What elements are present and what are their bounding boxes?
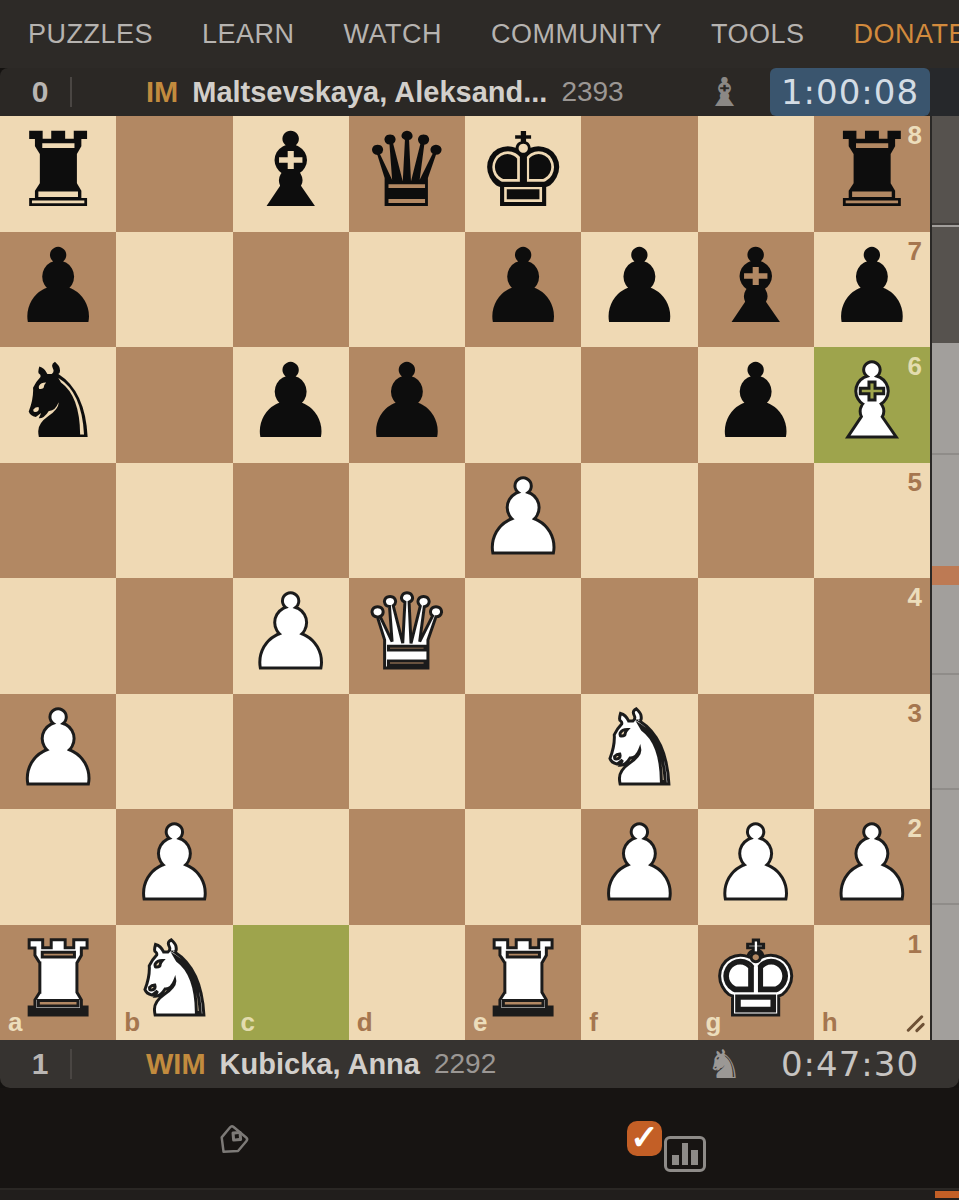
white-queen: ♛	[361, 581, 453, 684]
square-a4[interactable]	[0, 578, 116, 694]
white-pawn: ♟	[244, 581, 336, 684]
square-a7[interactable]: ♟	[0, 232, 116, 348]
chess-board[interactable]: ♜♝♛♚♜8♟♟♟♝♟7♞♟♟♟♝6♟5♟♛4♟♞3♟♟♟♟2♜a♞bcd♜ef…	[0, 116, 930, 1040]
white-pawn: ♟	[593, 812, 685, 915]
square-b8[interactable]	[116, 116, 232, 232]
black-bishop: ♝	[244, 119, 336, 222]
nav-watch[interactable]: WATCH	[344, 19, 442, 50]
square-g1[interactable]: ♚g	[698, 925, 814, 1041]
square-f6[interactable]	[581, 347, 697, 463]
player-title-top: IM	[146, 76, 178, 109]
player-title-bottom: WIM	[146, 1048, 206, 1081]
square-e8[interactable]: ♚	[465, 116, 581, 232]
black-queen: ♛	[361, 119, 453, 222]
square-c1[interactable]: c	[233, 925, 349, 1041]
player-rating-top: 2393	[561, 76, 623, 108]
square-g3[interactable]	[698, 694, 814, 810]
strip-segment	[932, 907, 959, 1040]
square-f8[interactable]	[581, 116, 697, 232]
square-h7[interactable]: ♟7	[814, 232, 930, 348]
player-name-bottom[interactable]: Kubicka, Anna	[220, 1048, 420, 1081]
white-rook: ♜	[12, 928, 104, 1031]
square-b6[interactable]	[116, 347, 232, 463]
square-d5[interactable]	[349, 463, 465, 579]
strip-segment	[932, 116, 959, 225]
square-g5[interactable]	[698, 463, 814, 579]
match-score-bottom: 1	[20, 1047, 60, 1081]
square-f4[interactable]	[581, 578, 697, 694]
check-icon: ✓	[630, 1120, 659, 1154]
black-king: ♚	[477, 119, 569, 222]
square-a3[interactable]: ♟	[0, 694, 116, 810]
square-f3[interactable]: ♞	[581, 694, 697, 810]
square-e4[interactable]	[465, 578, 581, 694]
square-d3[interactable]	[349, 694, 465, 810]
square-h5[interactable]: 5	[814, 463, 930, 579]
square-f5[interactable]	[581, 463, 697, 579]
coord-rank-6: 6	[908, 353, 922, 379]
coord-rank-2: 2	[908, 815, 922, 841]
square-b2[interactable]: ♟	[116, 809, 232, 925]
square-a6[interactable]: ♞	[0, 347, 116, 463]
square-h4[interactable]: 4	[814, 578, 930, 694]
square-c6[interactable]: ♟	[233, 347, 349, 463]
nav-tools[interactable]: TOOLS	[711, 19, 805, 50]
player-rating-bottom: 2292	[434, 1048, 496, 1080]
strip-segment	[932, 227, 959, 343]
divider	[70, 1049, 72, 1079]
square-h2[interactable]: ♟2	[814, 809, 930, 925]
square-e1[interactable]: ♜e	[465, 925, 581, 1041]
coord-file-h: h	[822, 1009, 838, 1035]
sidebar-edge-top	[930, 68, 959, 116]
black-pawn: ♟	[709, 350, 801, 453]
poland-flag-icon	[86, 1049, 130, 1079]
square-c7[interactable]	[233, 232, 349, 348]
coord-rank-1: 1	[908, 931, 922, 957]
nav-donate[interactable]: DONATE	[854, 19, 959, 50]
square-c8[interactable]: ♝	[233, 116, 349, 232]
player-bar-bottom: 1 WIM Kubicka, Anna 2292 ♞ 0:47:30	[0, 1040, 959, 1088]
black-pawn: ♟	[593, 235, 685, 338]
clock-bottom: 0:47:30	[770, 1044, 930, 1084]
white-bishop: ♝	[826, 350, 918, 453]
square-g4[interactable]	[698, 578, 814, 694]
square-c4[interactable]: ♟	[233, 578, 349, 694]
white-pawn: ♟	[12, 697, 104, 800]
square-b5[interactable]	[116, 463, 232, 579]
strip-segment	[932, 585, 959, 675]
square-b3[interactable]	[116, 694, 232, 810]
coord-rank-3: 3	[908, 700, 922, 726]
strip-orange-marker	[932, 566, 959, 585]
square-g8[interactable]	[698, 116, 814, 232]
square-a1[interactable]: ♜a	[0, 925, 116, 1041]
nav-community[interactable]: COMMUNITY	[491, 19, 662, 50]
coord-file-c: c	[241, 1009, 255, 1035]
black-pawn: ♟	[477, 235, 569, 338]
square-d4[interactable]: ♛	[349, 578, 465, 694]
divider	[70, 77, 72, 107]
square-h6[interactable]: ♝6	[814, 347, 930, 463]
black-pawn: ♟	[826, 235, 918, 338]
white-pawn: ♟	[709, 812, 801, 915]
black-rook: ♜	[826, 119, 918, 222]
white-pawn: ♟	[477, 466, 569, 569]
black-rook: ♜	[12, 119, 104, 222]
knight-icon: ♞	[706, 1044, 742, 1084]
coord-file-a: a	[8, 1009, 22, 1035]
white-pawn: ♟	[128, 812, 220, 915]
footer-progress-accent	[935, 1191, 959, 1198]
square-c5[interactable]	[233, 463, 349, 579]
strip-segment	[932, 792, 959, 905]
square-g2[interactable]: ♟	[698, 809, 814, 925]
square-d1[interactable]: d	[349, 925, 465, 1041]
sidebar-strip[interactable]	[930, 116, 959, 1040]
square-e3[interactable]	[465, 694, 581, 810]
player-name-top[interactable]: Maltsevskaya, Aleksand...	[192, 76, 547, 109]
black-pawn: ♟	[244, 350, 336, 453]
white-rook: ♜	[477, 928, 569, 1031]
strip-segment	[932, 343, 959, 455]
coord-file-g: g	[706, 1009, 722, 1035]
square-b4[interactable]	[116, 578, 232, 694]
footer-bottom-band	[0, 1190, 959, 1200]
black-pawn: ♟	[361, 350, 453, 453]
white-knight: ♞	[593, 697, 685, 800]
square-a8[interactable]: ♜	[0, 116, 116, 232]
bar-chart-icon[interactable]	[664, 1136, 706, 1172]
square-e6[interactable]	[465, 347, 581, 463]
square-h8[interactable]: ♜8	[814, 116, 930, 232]
square-h1[interactable]: 1h	[814, 925, 930, 1041]
nav-puzzles[interactable]: PUZZLES	[28, 19, 153, 50]
black-bishop: ♝	[709, 235, 801, 338]
coord-rank-7: 7	[908, 238, 922, 264]
coord-file-b: b	[124, 1009, 140, 1035]
coord-rank-5: 5	[908, 469, 922, 495]
square-c3[interactable]	[233, 694, 349, 810]
square-f1[interactable]: f	[581, 925, 697, 1041]
square-d7[interactable]	[349, 232, 465, 348]
square-d6[interactable]: ♟	[349, 347, 465, 463]
square-g7[interactable]: ♝	[698, 232, 814, 348]
square-d8[interactable]: ♛	[349, 116, 465, 232]
footer: ✓	[0, 1088, 959, 1200]
square-f2[interactable]: ♟	[581, 809, 697, 925]
black-knight: ♞	[12, 350, 104, 453]
square-e5[interactable]: ♟	[465, 463, 581, 579]
white-knight: ♞	[128, 928, 220, 1031]
top-nav: PUZZLES LEARN WATCH COMMUNITY TOOLS DONA…	[0, 0, 959, 68]
coord-file-f: f	[589, 1009, 598, 1035]
check-badge[interactable]: ✓	[627, 1121, 662, 1156]
nav-learn[interactable]: LEARN	[202, 19, 295, 50]
square-f7[interactable]: ♟	[581, 232, 697, 348]
black-pawn: ♟	[12, 235, 104, 338]
square-e7[interactable]: ♟	[465, 232, 581, 348]
lichess-tv-page: PUZZLES LEARN WATCH COMMUNITY TOOLS DONA…	[0, 0, 959, 1200]
square-c2[interactable]	[233, 809, 349, 925]
coord-rank-4: 4	[908, 584, 922, 610]
square-a5[interactable]	[0, 463, 116, 579]
white-king: ♚	[709, 928, 801, 1031]
bishop-icon: ♝	[706, 72, 742, 112]
board-resize-handle[interactable]	[904, 1012, 926, 1034]
player-bar-top: 0 IM Maltsevskaya, Aleksand... 2393 ♝ 1:…	[0, 68, 959, 116]
coord-file-d: d	[357, 1009, 373, 1035]
poland-flag-icon	[86, 77, 130, 107]
square-b7[interactable]	[116, 232, 232, 348]
square-b1[interactable]: ♞b	[116, 925, 232, 1041]
square-e2[interactable]	[465, 809, 581, 925]
white-pawn: ♟	[826, 812, 918, 915]
square-a2[interactable]	[0, 809, 116, 925]
match-score-top: 0	[20, 75, 60, 109]
coord-file-e: e	[473, 1009, 487, 1035]
square-g6[interactable]: ♟	[698, 347, 814, 463]
clock-top: 1:00:08	[770, 68, 930, 116]
strip-segment	[932, 457, 959, 566]
square-h3[interactable]: 3	[814, 694, 930, 810]
square-d2[interactable]	[349, 809, 465, 925]
coord-rank-8: 8	[908, 122, 922, 148]
tag-icon[interactable]	[208, 1118, 256, 1166]
strip-segment	[932, 677, 959, 790]
